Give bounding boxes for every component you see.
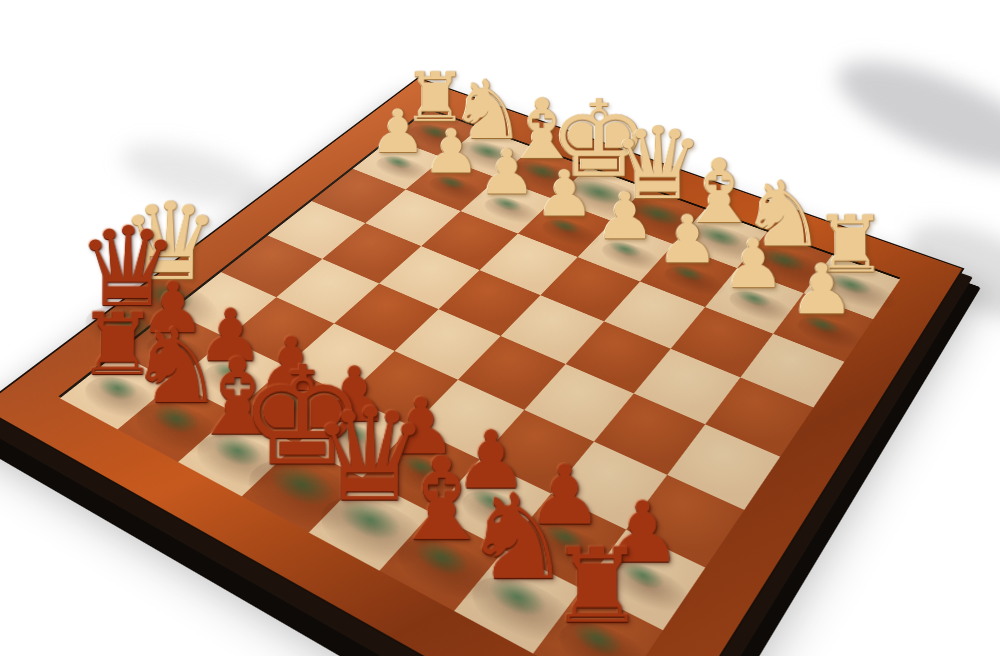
scene-stage: ♜♞♝♚♛♝♞♜♟♟♟♟♟♟♟♟♟♟♟♟♟♟♟♟♜♞♝♚♛♝♞♜♛♛ xyxy=(0,0,1000,656)
chess-board: ♜♞♝♚♛♝♞♜♟♟♟♟♟♟♟♟♟♟♟♟♟♟♟♟♜♞♝♚♛♝♞♜♛♛ xyxy=(0,77,965,656)
red-rook-icon: ♜ xyxy=(516,535,679,639)
product-photo-canvas: ♜♞♝♚♛♝♞♜♟♟♟♟♟♟♟♟♟♟♟♟♟♟♟♟♜♞♝♚♛♝♞♜♛♛ xyxy=(0,0,1000,656)
